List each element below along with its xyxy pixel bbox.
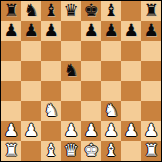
square-h8[interactable]: ♜ (141, 1, 161, 21)
square-a2[interactable]: ♟ (1, 121, 21, 141)
square-g2[interactable]: ♟ (121, 121, 141, 141)
square-c3[interactable]: ♞ (41, 101, 61, 121)
black-pawn[interactable]: ♟ (3, 21, 18, 40)
square-h2[interactable]: ♟ (141, 121, 161, 141)
black-pawn[interactable]: ♟ (143, 21, 158, 40)
square-d2[interactable]: ♟ (61, 121, 81, 141)
white-pawn[interactable]: ♟ (143, 121, 158, 140)
black-king[interactable]: ♚ (83, 1, 98, 20)
square-h6[interactable] (141, 41, 161, 61)
square-e6[interactable] (81, 41, 101, 61)
square-b1[interactable] (21, 141, 41, 161)
square-g7[interactable]: ♟ (121, 21, 141, 41)
white-pawn[interactable]: ♟ (63, 121, 78, 140)
chess-board: ♜♞♝♛♚♝♜♟♟♟♟♟♟♟♞♞♞♟♟♟♟♟♟♟♜♝♛♚♝♜ (0, 0, 162, 162)
square-c2[interactable] (41, 121, 61, 141)
square-a5[interactable] (1, 61, 21, 81)
square-d3[interactable] (61, 101, 81, 121)
square-b5[interactable] (21, 61, 41, 81)
white-pawn[interactable]: ♟ (23, 121, 38, 140)
black-pawn[interactable]: ♟ (43, 21, 58, 40)
square-e4[interactable] (81, 81, 101, 101)
square-b3[interactable] (21, 101, 41, 121)
square-c4[interactable] (41, 81, 61, 101)
square-b2[interactable]: ♟ (21, 121, 41, 141)
white-bishop[interactable]: ♝ (103, 141, 118, 160)
square-c6[interactable] (41, 41, 61, 61)
white-bishop[interactable]: ♝ (43, 141, 58, 160)
square-e1[interactable]: ♚ (81, 141, 101, 161)
square-d7[interactable] (61, 21, 81, 41)
square-d5[interactable]: ♞ (61, 61, 81, 81)
square-f1[interactable]: ♝ (101, 141, 121, 161)
square-g4[interactable] (121, 81, 141, 101)
white-knight[interactable]: ♞ (43, 101, 58, 120)
black-rook[interactable]: ♜ (143, 1, 158, 20)
square-a8[interactable]: ♜ (1, 1, 21, 21)
square-e7[interactable]: ♟ (81, 21, 101, 41)
square-f5[interactable] (101, 61, 121, 81)
square-c1[interactable]: ♝ (41, 141, 61, 161)
square-a3[interactable] (1, 101, 21, 121)
white-pawn[interactable]: ♟ (3, 121, 18, 140)
square-f7[interactable]: ♟ (101, 21, 121, 41)
square-e5[interactable] (81, 61, 101, 81)
square-e2[interactable]: ♟ (81, 121, 101, 141)
white-king[interactable]: ♚ (83, 141, 98, 160)
white-knight[interactable]: ♞ (103, 101, 118, 120)
square-a6[interactable] (1, 41, 21, 61)
square-c5[interactable] (41, 61, 61, 81)
square-b8[interactable]: ♞ (21, 1, 41, 21)
black-pawn[interactable]: ♟ (123, 21, 138, 40)
white-rook[interactable]: ♜ (3, 141, 18, 160)
square-f6[interactable] (101, 41, 121, 61)
black-knight[interactable]: ♞ (23, 1, 38, 20)
white-pawn[interactable]: ♟ (103, 121, 118, 140)
square-c7[interactable]: ♟ (41, 21, 61, 41)
square-f8[interactable]: ♝ (101, 1, 121, 21)
square-d8[interactable]: ♛ (61, 1, 81, 21)
square-h7[interactable]: ♟ (141, 21, 161, 41)
square-a7[interactable]: ♟ (1, 21, 21, 41)
black-knight[interactable]: ♞ (63, 61, 78, 80)
square-h5[interactable] (141, 61, 161, 81)
black-bishop[interactable]: ♝ (43, 1, 58, 20)
square-d1[interactable]: ♛ (61, 141, 81, 161)
square-a4[interactable] (1, 81, 21, 101)
square-f2[interactable]: ♟ (101, 121, 121, 141)
black-rook[interactable]: ♜ (3, 1, 18, 20)
square-a1[interactable]: ♜ (1, 141, 21, 161)
square-f4[interactable] (101, 81, 121, 101)
chess-app-window: ♜♞♝♛♚♝♜♟♟♟♟♟♟♟♞♞♞♟♟♟♟♟♟♟♜♝♛♚♝♜ (0, 0, 162, 162)
white-pawn[interactable]: ♟ (83, 121, 98, 140)
square-h3[interactable] (141, 101, 161, 121)
square-d4[interactable] (61, 81, 81, 101)
square-d6[interactable] (61, 41, 81, 61)
square-h1[interactable]: ♜ (141, 141, 161, 161)
square-g1[interactable] (121, 141, 141, 161)
square-g3[interactable] (121, 101, 141, 121)
square-b4[interactable] (21, 81, 41, 101)
black-bishop[interactable]: ♝ (103, 1, 118, 20)
square-g6[interactable] (121, 41, 141, 61)
square-e8[interactable]: ♚ (81, 1, 101, 21)
black-pawn[interactable]: ♟ (23, 21, 38, 40)
square-g5[interactable] (121, 61, 141, 81)
black-pawn[interactable]: ♟ (83, 21, 98, 40)
square-b6[interactable] (21, 41, 41, 61)
square-g8[interactable] (121, 1, 141, 21)
white-queen[interactable]: ♛ (63, 141, 78, 160)
white-rook[interactable]: ♜ (143, 141, 158, 160)
white-pawn[interactable]: ♟ (123, 121, 138, 140)
square-e3[interactable] (81, 101, 101, 121)
square-h4[interactable] (141, 81, 161, 101)
black-pawn[interactable]: ♟ (103, 21, 118, 40)
square-c8[interactable]: ♝ (41, 1, 61, 21)
black-queen[interactable]: ♛ (63, 1, 78, 20)
square-b7[interactable]: ♟ (21, 21, 41, 41)
square-f3[interactable]: ♞ (101, 101, 121, 121)
